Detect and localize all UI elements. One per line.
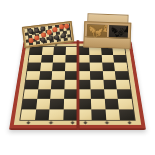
board-inner-band — [14, 44, 141, 125]
square — [118, 99, 133, 109]
square — [91, 109, 106, 120]
square — [23, 89, 38, 99]
checker-piece — [28, 29, 34, 35]
square — [49, 109, 64, 120]
band-ornament — [26, 121, 30, 125]
checker-piece — [46, 29, 52, 35]
square — [36, 99, 51, 109]
checker-piece — [28, 38, 34, 44]
square — [116, 80, 130, 89]
square — [78, 109, 92, 120]
checker-piece — [53, 26, 59, 32]
square — [104, 89, 118, 99]
square — [78, 89, 92, 99]
square — [27, 63, 40, 71]
square — [105, 99, 120, 109]
square — [78, 55, 90, 63]
square — [105, 109, 120, 120]
square — [78, 99, 92, 109]
square — [39, 71, 52, 80]
square — [53, 55, 66, 63]
square — [117, 89, 132, 99]
square — [26, 71, 40, 80]
square — [89, 47, 101, 55]
checker-piece — [54, 34, 60, 40]
square — [78, 80, 91, 89]
square — [90, 80, 104, 89]
square — [30, 47, 43, 55]
checker-piece — [40, 37, 46, 43]
board-maroon-border — [9, 41, 146, 130]
square — [50, 89, 64, 99]
square — [78, 63, 91, 71]
square — [115, 71, 129, 80]
checker-piece — [34, 28, 40, 34]
square — [22, 99, 37, 109]
square — [113, 55, 126, 63]
square — [101, 55, 114, 63]
folding-chessboard — [9, 41, 146, 130]
square — [78, 71, 91, 80]
square — [40, 63, 53, 71]
box-front-panel — [84, 36, 129, 48]
square — [103, 80, 117, 89]
band-ornament — [49, 121, 53, 125]
square — [38, 80, 52, 89]
band-ornament — [71, 121, 75, 125]
square — [51, 80, 65, 89]
band-ornament — [105, 121, 109, 125]
square — [50, 99, 64, 109]
square — [90, 71, 103, 80]
square — [52, 71, 65, 80]
square — [20, 109, 35, 120]
square — [41, 55, 54, 63]
box-body: ♞♟♝♙ ♞♛♟♝ — [83, 21, 131, 49]
wooden-pieces-box: ♞♟♝♙ ♞♛♟♝ — [83, 13, 131, 49]
square — [28, 55, 41, 63]
checker-piece — [34, 35, 40, 41]
product-photo-scene: ♞♟♝♙ ♞♛♟♝ — [0, 0, 155, 155]
square — [119, 109, 134, 120]
checker-piece — [64, 23, 70, 29]
square — [52, 63, 65, 71]
mini-checkerboard — [24, 23, 72, 45]
checker-piece — [48, 35, 54, 41]
square — [102, 63, 115, 71]
square — [54, 47, 66, 55]
square — [91, 99, 105, 109]
square — [78, 47, 90, 55]
square — [89, 55, 102, 63]
fold-seam — [76, 40, 79, 130]
band-ornament — [83, 121, 87, 125]
square — [25, 80, 39, 89]
square — [91, 89, 105, 99]
square — [37, 89, 51, 99]
square — [103, 71, 116, 80]
band-ornament — [128, 121, 132, 125]
checker-piece — [61, 33, 67, 39]
square — [90, 63, 103, 71]
square — [42, 47, 55, 55]
square — [35, 109, 50, 120]
checker-piece — [41, 27, 47, 33]
square — [114, 63, 127, 71]
